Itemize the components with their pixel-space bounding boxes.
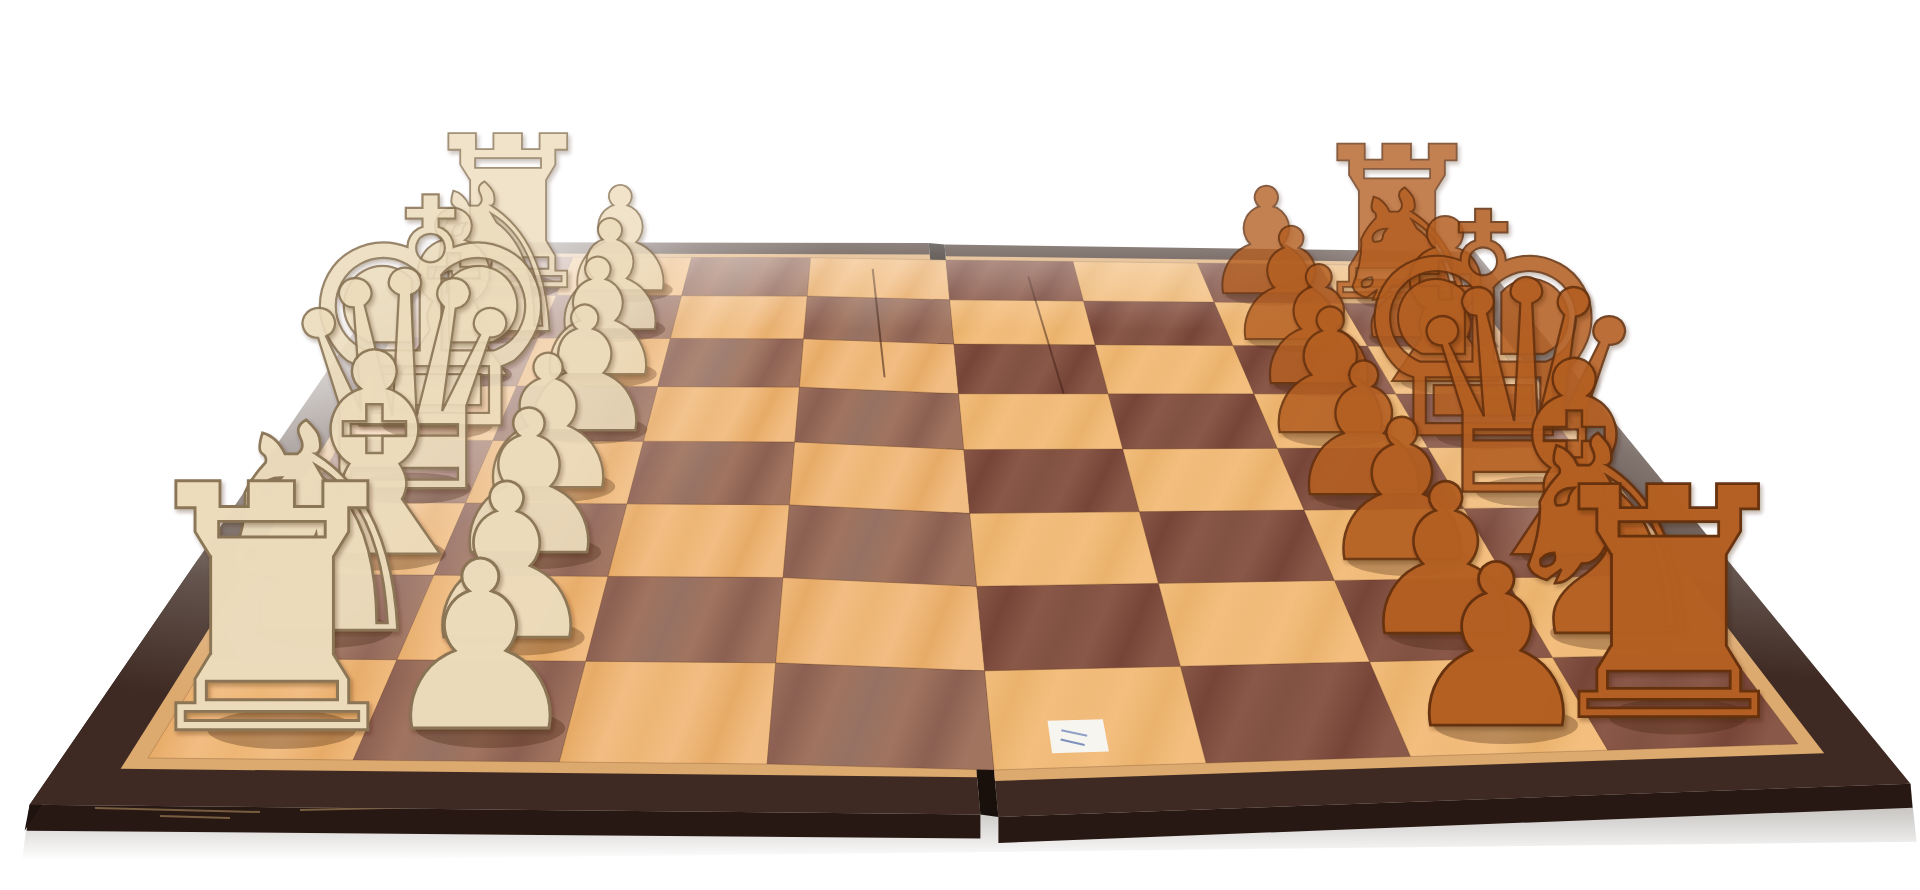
- piece-white-pawn-a2: ♟: [376, 512, 585, 783]
- price-sticker: [1048, 719, 1109, 753]
- chess-set-photo: ♜♟♜♟♞♟♞♟♝♟♝♟♚♟♚♟♛♟♛♟♝♟♝♟♞♟♞♟♜♟♜♟: [0, 0, 1920, 890]
- piece-red-pawn-a7: ♟: [1396, 517, 1597, 778]
- piece-glyph-pawn: ♟: [376, 512, 585, 783]
- piece-glyph-pawn: ♟: [1396, 517, 1597, 778]
- chessboard: ♜♟♜♟♞♟♞♟♝♟♝♟♚♟♚♟♛♟♛♟♝♟♝♟♞♟♞♟♜♟♜♟: [0, 0, 1920, 890]
